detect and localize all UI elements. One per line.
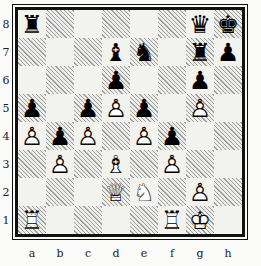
square-b6[interactable] bbox=[46, 66, 74, 94]
piece-black-pawn: ♟ bbox=[102, 66, 130, 94]
piece-white-pawn: ♙ bbox=[18, 122, 46, 150]
square-c4[interactable]: ♟♙ bbox=[74, 122, 102, 150]
white-king-fill: ♚ bbox=[186, 206, 214, 234]
rank-label-6: 6 bbox=[0, 66, 12, 94]
square-h8[interactable]: ♚ bbox=[214, 10, 242, 38]
piece-white-queen: ♕ bbox=[102, 178, 130, 206]
piece-black-bishop: ♝ bbox=[102, 38, 130, 66]
rank-label-4: 4 bbox=[0, 122, 12, 150]
square-g4[interactable] bbox=[186, 122, 214, 150]
white-pawn-fill: ♟ bbox=[130, 122, 158, 150]
piece-white-rook: ♖ bbox=[158, 206, 186, 234]
white-pawn-fill: ♟ bbox=[186, 178, 214, 206]
piece-black-pawn: ♟ bbox=[18, 94, 46, 122]
square-e6[interactable] bbox=[130, 66, 158, 94]
square-e2[interactable]: ♞♘ bbox=[130, 178, 158, 206]
rank-label-5: 5 bbox=[0, 94, 12, 122]
piece-black-pawn: ♟ bbox=[158, 122, 186, 150]
piece-white-knight: ♘ bbox=[130, 178, 158, 206]
square-c1[interactable] bbox=[74, 206, 102, 234]
white-queen-fill: ♛ bbox=[102, 178, 130, 206]
square-a7[interactable] bbox=[18, 38, 46, 66]
square-a1[interactable]: ♜♖ bbox=[18, 206, 46, 234]
square-b1[interactable] bbox=[46, 206, 74, 234]
file-label-e: e bbox=[130, 247, 158, 260]
square-e4[interactable]: ♟♙ bbox=[130, 122, 158, 150]
square-g3[interactable] bbox=[186, 150, 214, 178]
square-d2[interactable]: ♛♕ bbox=[102, 178, 130, 206]
square-c3[interactable] bbox=[74, 150, 102, 178]
square-c2[interactable] bbox=[74, 178, 102, 206]
square-d6[interactable]: ♟ bbox=[102, 66, 130, 94]
square-f2[interactable] bbox=[158, 178, 186, 206]
piece-white-pawn: ♙ bbox=[74, 122, 102, 150]
square-h2[interactable] bbox=[214, 178, 242, 206]
square-a4[interactable]: ♟♙ bbox=[18, 122, 46, 150]
square-d3[interactable]: ♝♗ bbox=[102, 150, 130, 178]
piece-white-king: ♔ bbox=[186, 206, 214, 234]
square-e7[interactable]: ♞ bbox=[130, 38, 158, 66]
square-f8[interactable] bbox=[158, 10, 186, 38]
square-e1[interactable] bbox=[130, 206, 158, 234]
square-a6[interactable] bbox=[18, 66, 46, 94]
chess-board: ♜♛♚♝♞♜♟♟♟♟♟♟♙♟♟♙♟♙♟♟♙♟♙♟♟♙♝♗♟♙♛♕♞♘♟♙♜♖♜♖… bbox=[18, 10, 242, 234]
rank-label-7: 7 bbox=[0, 38, 12, 66]
square-h1[interactable] bbox=[214, 206, 242, 234]
piece-white-pawn: ♙ bbox=[158, 150, 186, 178]
square-f4[interactable]: ♟ bbox=[158, 122, 186, 150]
white-pawn-fill: ♟ bbox=[158, 150, 186, 178]
square-d7[interactable]: ♝ bbox=[102, 38, 130, 66]
square-e5[interactable]: ♟ bbox=[130, 94, 158, 122]
square-b7[interactable] bbox=[46, 38, 74, 66]
file-label-f: f bbox=[158, 247, 186, 260]
board-border-outer: ♜♛♚♝♞♜♟♟♟♟♟♟♙♟♟♙♟♙♟♟♙♟♙♟♟♙♝♗♟♙♛♕♞♘♟♙♜♖♜♖… bbox=[12, 4, 248, 240]
square-h5[interactable] bbox=[214, 94, 242, 122]
square-f3[interactable]: ♟♙ bbox=[158, 150, 186, 178]
square-c5[interactable]: ♟ bbox=[74, 94, 102, 122]
rank-labels: 87654321 bbox=[0, 10, 12, 234]
square-g1[interactable]: ♚♔ bbox=[186, 206, 214, 234]
square-d4[interactable] bbox=[102, 122, 130, 150]
piece-black-pawn: ♟ bbox=[74, 94, 102, 122]
square-c6[interactable] bbox=[74, 66, 102, 94]
piece-black-rook: ♜ bbox=[18, 10, 46, 38]
white-rook-fill: ♜ bbox=[158, 206, 186, 234]
square-h6[interactable] bbox=[214, 66, 242, 94]
rank-label-3: 3 bbox=[0, 150, 12, 178]
rank-label-8: 8 bbox=[0, 10, 12, 38]
piece-black-pawn: ♟ bbox=[46, 122, 74, 150]
square-a3[interactable] bbox=[18, 150, 46, 178]
piece-black-knight: ♞ bbox=[130, 38, 158, 66]
square-a8[interactable]: ♜ bbox=[18, 10, 46, 38]
file-label-h: h bbox=[214, 247, 242, 260]
square-f5[interactable] bbox=[158, 94, 186, 122]
white-rook-fill: ♜ bbox=[18, 206, 46, 234]
square-g8[interactable]: ♛ bbox=[186, 10, 214, 38]
chess-diagram: 87654321 ♜♛♚♝♞♜♟♟♟♟♟♟♙♟♟♙♟♙♟♟♙♟♙♟♟♙♝♗♟♙♛… bbox=[0, 0, 261, 266]
square-d5[interactable]: ♟♙ bbox=[102, 94, 130, 122]
piece-white-pawn: ♙ bbox=[130, 122, 158, 150]
square-d1[interactable] bbox=[102, 206, 130, 234]
white-pawn-fill: ♟ bbox=[186, 94, 214, 122]
square-f7[interactable] bbox=[158, 38, 186, 66]
file-label-d: d bbox=[102, 247, 130, 260]
file-label-a: a bbox=[18, 247, 46, 260]
square-c7[interactable] bbox=[74, 38, 102, 66]
square-b3[interactable]: ♟♙ bbox=[46, 150, 74, 178]
square-b4[interactable]: ♟ bbox=[46, 122, 74, 150]
white-pawn-fill: ♟ bbox=[18, 122, 46, 150]
file-label-b: b bbox=[46, 247, 74, 260]
square-b8[interactable] bbox=[46, 10, 74, 38]
square-e3[interactable] bbox=[130, 150, 158, 178]
square-c8[interactable] bbox=[74, 10, 102, 38]
piece-white-rook: ♖ bbox=[18, 206, 46, 234]
square-d8[interactable] bbox=[102, 10, 130, 38]
piece-black-pawn: ♟ bbox=[186, 66, 214, 94]
square-f6[interactable] bbox=[158, 66, 186, 94]
white-knight-fill: ♞ bbox=[130, 178, 158, 206]
piece-white-bishop: ♗ bbox=[102, 150, 130, 178]
square-a2[interactable] bbox=[18, 178, 46, 206]
piece-black-queen: ♛ bbox=[186, 10, 214, 38]
piece-black-rook: ♜ bbox=[186, 38, 214, 66]
white-bishop-fill: ♝ bbox=[102, 150, 130, 178]
file-labels: abcdefgh bbox=[18, 247, 242, 260]
piece-white-pawn: ♙ bbox=[186, 94, 214, 122]
square-f1[interactable]: ♜♖ bbox=[158, 206, 186, 234]
square-a5[interactable]: ♟ bbox=[18, 94, 46, 122]
square-e8[interactable] bbox=[130, 10, 158, 38]
white-pawn-fill: ♟ bbox=[102, 94, 130, 122]
white-pawn-fill: ♟ bbox=[46, 150, 74, 178]
square-g7[interactable]: ♜ bbox=[186, 38, 214, 66]
piece-black-pawn: ♟ bbox=[214, 38, 242, 66]
piece-white-pawn: ♙ bbox=[46, 150, 74, 178]
board-border-inner: ♜♛♚♝♞♜♟♟♟♟♟♟♙♟♟♙♟♙♟♟♙♟♙♟♟♙♝♗♟♙♛♕♞♘♟♙♜♖♜♖… bbox=[15, 7, 245, 237]
rank-label-1: 1 bbox=[0, 206, 12, 234]
piece-black-king: ♚ bbox=[214, 10, 242, 38]
white-pawn-fill: ♟ bbox=[74, 122, 102, 150]
square-b5[interactable] bbox=[46, 94, 74, 122]
square-h4[interactable] bbox=[214, 122, 242, 150]
square-g5[interactable]: ♟♙ bbox=[186, 94, 214, 122]
file-label-g: g bbox=[186, 247, 214, 260]
square-g2[interactable]: ♟♙ bbox=[186, 178, 214, 206]
piece-white-pawn: ♙ bbox=[102, 94, 130, 122]
rank-label-2: 2 bbox=[0, 178, 12, 206]
piece-white-pawn: ♙ bbox=[186, 178, 214, 206]
piece-black-pawn: ♟ bbox=[130, 94, 158, 122]
file-label-c: c bbox=[74, 247, 102, 260]
square-h7[interactable]: ♟ bbox=[214, 38, 242, 66]
square-g6[interactable]: ♟ bbox=[186, 66, 214, 94]
square-b2[interactable] bbox=[46, 178, 74, 206]
square-h3[interactable] bbox=[214, 150, 242, 178]
